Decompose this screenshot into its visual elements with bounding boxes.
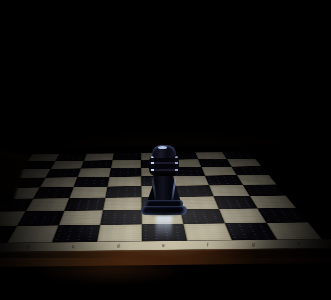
- rook-contact-shadow: [137, 211, 191, 217]
- photo-stage: abcdefgh ♜: [0, 0, 331, 300]
- black-rook[interactable]: ♜: [136, 144, 192, 216]
- rook-specular-highlight: [158, 146, 167, 149]
- piece-reflection-streak: [156, 214, 172, 241]
- rook-ring-highlight-right: [175, 156, 178, 175]
- rook-ring-highlight-left: [151, 156, 154, 175]
